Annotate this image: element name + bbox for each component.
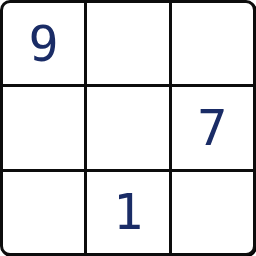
cell-r2c3[interactable]: 7 [172,87,253,168]
cell-r3c2[interactable]: 1 [87,172,168,253]
cell-r1c1[interactable]: 9 [3,3,84,84]
cell-r2c1[interactable] [3,87,84,168]
cell-r1c3[interactable] [172,3,253,84]
cell-r1c2[interactable] [87,3,168,84]
cell-r3c3[interactable] [172,172,253,253]
cell-r3c1[interactable] [3,172,84,253]
sudoku-board: 9 7 1 [0,0,256,256]
cell-r2c2[interactable] [87,87,168,168]
